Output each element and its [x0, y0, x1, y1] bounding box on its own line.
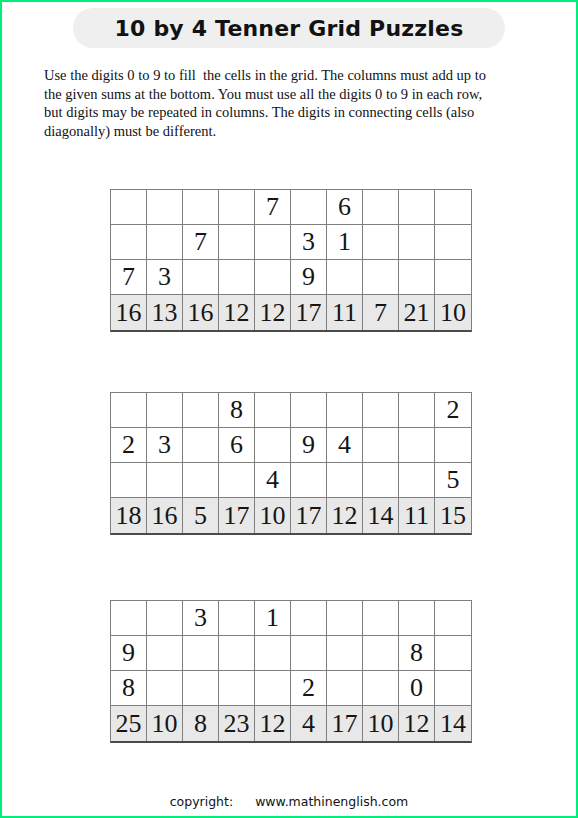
- puzzle-cell-r1c4-empty[interactable]: [219, 190, 255, 225]
- puzzle-cell-r1c1-empty[interactable]: [111, 601, 147, 636]
- instruction-line-2: the given sums at the bottom. You must u…: [44, 85, 486, 104]
- instruction-line-1: Use the digits 0 to 9 to fill the cells …: [44, 66, 486, 85]
- puzzle-cell-r1c2-empty[interactable]: [147, 393, 183, 428]
- sum-cell-c4: 23: [219, 706, 255, 741]
- sum-cell-c7: 17: [327, 706, 363, 741]
- puzzle-cell-r1c6-empty[interactable]: [291, 393, 327, 428]
- puzzle-cell-r3c6-empty[interactable]: [291, 463, 327, 498]
- puzzle-cell-r1c7-empty[interactable]: [327, 601, 363, 636]
- puzzle-cell-r3c10-empty[interactable]: [435, 260, 471, 295]
- puzzle-cell-r3c7-empty[interactable]: [327, 260, 363, 295]
- puzzle-cell-r2c4-given: 6: [219, 428, 255, 463]
- puzzle-cell-r2c10-empty[interactable]: [435, 428, 471, 463]
- puzzle-cell-r3c2-empty[interactable]: [147, 463, 183, 498]
- puzzle-cell-r3c8-empty[interactable]: [363, 671, 399, 706]
- sum-cell-c7: 12: [327, 498, 363, 533]
- puzzle-cell-r3c1-empty[interactable]: [111, 463, 147, 498]
- sum-cell-c8: 14: [363, 498, 399, 533]
- puzzle-cell-r1c5-given: 1: [255, 601, 291, 636]
- puzzle-cell-r1c8-empty[interactable]: [363, 190, 399, 225]
- puzzle-cell-r3c7-empty[interactable]: [327, 671, 363, 706]
- puzzle-cell-r2c1-given: 9: [111, 636, 147, 671]
- puzzle-cell-r2c7-empty[interactable]: [327, 636, 363, 671]
- sum-cell-c3: 16: [183, 295, 219, 330]
- puzzle-cell-r2c2-given: 3: [147, 428, 183, 463]
- puzzle-cell-r3c5-given: 4: [255, 463, 291, 498]
- puzzle-cell-r3c5-empty[interactable]: [255, 671, 291, 706]
- puzzle-cell-r3c2-empty[interactable]: [147, 671, 183, 706]
- sum-cell-c10: 10: [435, 295, 471, 330]
- puzzle-cell-r2c5-empty[interactable]: [255, 225, 291, 260]
- puzzle-cell-r2c3-empty[interactable]: [183, 636, 219, 671]
- sum-cell-c8: 10: [363, 706, 399, 741]
- sum-cell-c2: 13: [147, 295, 183, 330]
- puzzle-cell-r2c1-empty[interactable]: [111, 225, 147, 260]
- puzzle-cell-r1c9-empty[interactable]: [399, 190, 435, 225]
- puzzle-cell-r3c6-given: 2: [291, 671, 327, 706]
- puzzle-cell-r3c9-given: 0: [399, 671, 435, 706]
- puzzle-cell-r2c5-empty[interactable]: [255, 636, 291, 671]
- puzzle-cell-r1c10-empty[interactable]: [435, 601, 471, 636]
- puzzle-cell-r2c4-empty[interactable]: [219, 225, 255, 260]
- puzzle-grid-2: 8223694451816517101712141115: [110, 392, 472, 535]
- puzzle-cell-r3c2-given: 3: [147, 260, 183, 295]
- puzzle-cell-r3c10-given: 5: [435, 463, 471, 498]
- instruction-line-3: but digits may be repeated in columns. T…: [44, 103, 486, 122]
- sum-cell-c9: 21: [399, 295, 435, 330]
- copyright-label: copyright:: [170, 794, 233, 809]
- sum-cell-c9: 12: [399, 706, 435, 741]
- sum-cell-c1: 18: [111, 498, 147, 533]
- sum-cell-c9: 11: [399, 498, 435, 533]
- sum-cell-c6: 4: [291, 706, 327, 741]
- puzzle-cell-r3c3-empty[interactable]: [183, 260, 219, 295]
- puzzle-cell-r1c9-empty[interactable]: [399, 601, 435, 636]
- puzzle-cell-r1c5-given: 7: [255, 190, 291, 225]
- puzzle-cell-r2c9-empty[interactable]: [399, 428, 435, 463]
- puzzle-cell-r1c3-empty[interactable]: [183, 393, 219, 428]
- puzzle-cell-r3c9-empty[interactable]: [399, 463, 435, 498]
- puzzle-cell-r1c7-empty[interactable]: [327, 393, 363, 428]
- sum-cell-c4: 17: [219, 498, 255, 533]
- sum-cell-c5: 12: [255, 706, 291, 741]
- puzzle-cell-r2c7-given: 1: [327, 225, 363, 260]
- sum-cell-c4: 12: [219, 295, 255, 330]
- sum-cell-c1: 16: [111, 295, 147, 330]
- sum-cell-c1: 25: [111, 706, 147, 741]
- puzzle-cell-r3c1-given: 7: [111, 260, 147, 295]
- puzzle-cell-r2c4-empty[interactable]: [219, 636, 255, 671]
- copyright-site: www.mathinenglish.com: [255, 794, 408, 809]
- title-banner: 10 by 4 Tenner Grid Puzzles: [73, 8, 505, 48]
- worksheet-page: 10 by 4 Tenner Grid Puzzles Use the digi…: [0, 0, 578, 818]
- puzzle-cell-r3c4-empty[interactable]: [219, 260, 255, 295]
- sum-cell-c5: 12: [255, 295, 291, 330]
- puzzle-cell-r1c10-empty[interactable]: [435, 190, 471, 225]
- puzzle-cell-r2c8-empty[interactable]: [363, 636, 399, 671]
- puzzle-cell-r2c8-empty[interactable]: [363, 225, 399, 260]
- puzzle-cell-r2c7-given: 4: [327, 428, 363, 463]
- puzzle-cell-r1c6-empty[interactable]: [291, 601, 327, 636]
- puzzle-cell-r2c9-empty[interactable]: [399, 225, 435, 260]
- puzzle-cell-r3c8-empty[interactable]: [363, 260, 399, 295]
- puzzle-cell-r3c8-empty[interactable]: [363, 463, 399, 498]
- puzzle-cell-r1c8-empty[interactable]: [363, 601, 399, 636]
- sum-cell-c5: 10: [255, 498, 291, 533]
- puzzle-cell-r3c1-given: 8: [111, 671, 147, 706]
- puzzle-grid-3: 3198820251082312417101214: [110, 600, 472, 743]
- puzzle-cell-r3c4-empty[interactable]: [219, 671, 255, 706]
- sum-cell-c3: 5: [183, 498, 219, 533]
- copyright-line: copyright: www.mathinenglish.com: [2, 794, 576, 809]
- puzzle-cell-r3c10-empty[interactable]: [435, 671, 471, 706]
- puzzle-cell-r1c2-empty[interactable]: [147, 190, 183, 225]
- puzzle-cell-r1c1-empty[interactable]: [111, 190, 147, 225]
- puzzle-cell-r2c6-given: 9: [291, 428, 327, 463]
- puzzle-cell-r3c3-empty[interactable]: [183, 463, 219, 498]
- puzzle-cell-r3c3-empty[interactable]: [183, 671, 219, 706]
- puzzle-cell-r1c6-empty[interactable]: [291, 190, 327, 225]
- puzzle-cell-r2c3-empty[interactable]: [183, 428, 219, 463]
- puzzle-cell-r2c3-given: 7: [183, 225, 219, 260]
- sum-cell-c8: 7: [363, 295, 399, 330]
- puzzle-cell-r1c9-empty[interactable]: [399, 393, 435, 428]
- puzzle-cell-r1c3-given: 3: [183, 601, 219, 636]
- puzzle-cell-r3c9-empty[interactable]: [399, 260, 435, 295]
- puzzle-cell-r2c6-given: 3: [291, 225, 327, 260]
- puzzle-cell-r1c4-given: 8: [219, 393, 255, 428]
- puzzle-cell-r1c5-empty[interactable]: [255, 393, 291, 428]
- puzzle-cell-r1c1-empty[interactable]: [111, 393, 147, 428]
- puzzle-cell-r2c9-given: 8: [399, 636, 435, 671]
- page-title: 10 by 4 Tenner Grid Puzzles: [115, 16, 464, 41]
- puzzle-cell-r1c2-empty[interactable]: [147, 601, 183, 636]
- puzzle-cell-r2c6-empty[interactable]: [291, 636, 327, 671]
- puzzle-cell-r2c2-empty[interactable]: [147, 636, 183, 671]
- puzzle-grid-1: 767317391613161212171172110: [110, 189, 472, 332]
- instruction-line-4: diagonally) must be different.: [44, 122, 486, 141]
- sum-cell-c6: 17: [291, 295, 327, 330]
- puzzle-cell-r2c2-empty[interactable]: [147, 225, 183, 260]
- puzzle-cell-r1c7-given: 6: [327, 190, 363, 225]
- sum-cell-c6: 17: [291, 498, 327, 533]
- puzzle-cell-r1c4-empty[interactable]: [219, 601, 255, 636]
- sum-cell-c10: 14: [435, 706, 471, 741]
- puzzle-cell-r1c3-empty[interactable]: [183, 190, 219, 225]
- sum-cell-c2: 16: [147, 498, 183, 533]
- sum-cell-c3: 8: [183, 706, 219, 741]
- puzzle-cell-r2c1-given: 2: [111, 428, 147, 463]
- puzzle-cell-r3c6-given: 9: [291, 260, 327, 295]
- puzzle-cell-r2c8-empty[interactable]: [363, 428, 399, 463]
- sum-cell-c10: 15: [435, 498, 471, 533]
- puzzle-cell-r3c5-empty[interactable]: [255, 260, 291, 295]
- puzzle-cell-r2c5-empty[interactable]: [255, 428, 291, 463]
- puzzle-cell-r3c7-empty[interactable]: [327, 463, 363, 498]
- puzzle-cell-r1c10-given: 2: [435, 393, 471, 428]
- sum-cell-c7: 11: [327, 295, 363, 330]
- instructions-block: Use the digits 0 to 9 to fill the cells …: [44, 66, 486, 140]
- puzzle-cell-r1c8-empty[interactable]: [363, 393, 399, 428]
- puzzle-cell-r3c4-empty[interactable]: [219, 463, 255, 498]
- sum-cell-c2: 10: [147, 706, 183, 741]
- puzzle-cell-r2c10-empty[interactable]: [435, 636, 471, 671]
- puzzle-cell-r2c10-empty[interactable]: [435, 225, 471, 260]
